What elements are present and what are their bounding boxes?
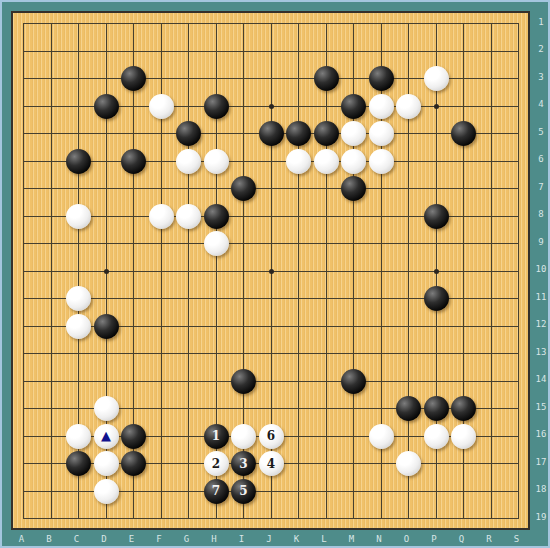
row-label: 4 xyxy=(531,100,550,109)
black-stone[interactable] xyxy=(341,369,366,394)
row-label: 1 xyxy=(531,18,550,27)
row-label: 16 xyxy=(531,430,550,439)
white-stone[interactable] xyxy=(204,149,229,174)
black-stone[interactable] xyxy=(204,94,229,119)
black-stone[interactable] xyxy=(341,176,366,201)
white-stone[interactable] xyxy=(176,204,201,229)
row-label: 8 xyxy=(531,210,550,219)
white-stone[interactable] xyxy=(314,149,339,174)
black-stone[interactable] xyxy=(204,204,229,229)
row-label: 5 xyxy=(531,128,550,137)
white-stone[interactable] xyxy=(369,94,394,119)
white-stone[interactable]: 4 xyxy=(259,451,284,476)
black-stone[interactable] xyxy=(231,176,256,201)
row-label: 18 xyxy=(531,485,550,494)
grid-line xyxy=(491,23,492,519)
row-labels-band: 12345678910111213141516171819 xyxy=(530,2,550,548)
star-point xyxy=(434,104,439,109)
white-stone[interactable] xyxy=(231,424,256,449)
column-label: I xyxy=(234,535,250,544)
move-number-label: 6 xyxy=(267,430,275,442)
black-stone[interactable] xyxy=(451,396,476,421)
move-number-label: 2 xyxy=(212,458,220,470)
goban[interactable]: ▲1623475 xyxy=(11,11,530,530)
move-number-label: 4 xyxy=(267,458,275,470)
white-stone[interactable] xyxy=(286,149,311,174)
black-stone[interactable]: 3 xyxy=(231,451,256,476)
black-stone[interactable] xyxy=(121,424,146,449)
column-label: H xyxy=(206,535,222,544)
black-stone[interactable] xyxy=(121,451,146,476)
row-label: 3 xyxy=(531,73,550,82)
white-stone[interactable] xyxy=(369,149,394,174)
row-label: 13 xyxy=(531,348,550,357)
grid-line xyxy=(298,23,299,519)
black-stone[interactable] xyxy=(396,396,421,421)
column-label: Q xyxy=(454,535,470,544)
row-label: 7 xyxy=(531,183,550,192)
black-stone[interactable] xyxy=(66,149,91,174)
column-label: B xyxy=(41,535,57,544)
white-stone[interactable] xyxy=(396,451,421,476)
white-stone[interactable] xyxy=(424,66,449,91)
white-stone[interactable] xyxy=(149,94,174,119)
white-stone[interactable] xyxy=(66,314,91,339)
move-number-label: 5 xyxy=(239,485,247,497)
black-stone[interactable] xyxy=(314,121,339,146)
star-point xyxy=(269,269,274,274)
black-stone[interactable] xyxy=(94,314,119,339)
column-label: F xyxy=(151,535,167,544)
white-stone[interactable] xyxy=(369,424,394,449)
black-stone[interactable] xyxy=(424,286,449,311)
triangle-marker: ▲ xyxy=(101,429,111,442)
black-stone[interactable] xyxy=(259,121,284,146)
column-label: P xyxy=(426,535,442,544)
white-stone[interactable] xyxy=(149,204,174,229)
column-label: A xyxy=(14,535,30,544)
column-label: O xyxy=(399,535,415,544)
column-label: K xyxy=(289,535,305,544)
column-label: L xyxy=(316,535,332,544)
black-stone[interactable] xyxy=(424,396,449,421)
row-label: 10 xyxy=(531,265,550,274)
column-label: D xyxy=(96,535,112,544)
row-label: 12 xyxy=(531,320,550,329)
column-label: J xyxy=(261,535,277,544)
white-stone[interactable] xyxy=(94,451,119,476)
white-stone[interactable] xyxy=(341,121,366,146)
white-stone[interactable]: 6 xyxy=(259,424,284,449)
column-label: M xyxy=(344,535,360,544)
black-stone[interactable] xyxy=(121,66,146,91)
black-stone[interactable] xyxy=(369,66,394,91)
black-stone[interactable] xyxy=(121,149,146,174)
white-stone[interactable] xyxy=(66,286,91,311)
white-stone[interactable] xyxy=(94,479,119,504)
column-label: S xyxy=(509,535,525,544)
row-label: 17 xyxy=(531,458,550,467)
black-stone[interactable] xyxy=(66,451,91,476)
column-label: G xyxy=(179,535,195,544)
white-stone[interactable] xyxy=(66,424,91,449)
row-label: 14 xyxy=(531,375,550,384)
go-board-window: ▲1623475 ABCDEFGHIJKLMNOPQRS 12345678910… xyxy=(0,0,550,548)
move-number-label: 1 xyxy=(212,430,220,442)
white-stone[interactable] xyxy=(396,94,421,119)
grid-line xyxy=(326,23,327,519)
white-stone[interactable] xyxy=(424,424,449,449)
grid-line xyxy=(23,353,519,354)
white-stone[interactable] xyxy=(176,149,201,174)
white-stone[interactable] xyxy=(369,121,394,146)
column-labels-band: ABCDEFGHIJKLMNOPQRS xyxy=(2,530,550,548)
white-stone[interactable]: 2 xyxy=(204,451,229,476)
black-stone[interactable] xyxy=(451,121,476,146)
grid-line xyxy=(23,518,519,519)
white-stone[interactable] xyxy=(94,396,119,421)
move-number-label: 7 xyxy=(212,485,220,497)
black-stone[interactable] xyxy=(94,94,119,119)
black-stone[interactable] xyxy=(176,121,201,146)
black-stone[interactable] xyxy=(231,369,256,394)
move-number-label: 3 xyxy=(239,458,247,470)
row-label: 19 xyxy=(531,513,550,522)
row-label: 9 xyxy=(531,238,550,247)
black-stone[interactable] xyxy=(424,204,449,229)
row-label: 11 xyxy=(531,293,550,302)
row-label: 15 xyxy=(531,403,550,412)
grid-line xyxy=(518,23,519,519)
star-point xyxy=(434,269,439,274)
star-point xyxy=(269,104,274,109)
black-stone[interactable]: 7 xyxy=(204,479,229,504)
column-label: N xyxy=(371,535,387,544)
row-label: 6 xyxy=(531,155,550,164)
black-stone[interactable] xyxy=(314,66,339,91)
grid-line xyxy=(23,381,519,382)
white-stone[interactable] xyxy=(341,149,366,174)
black-stone[interactable]: 5 xyxy=(231,479,256,504)
column-label: R xyxy=(481,535,497,544)
white-stone[interactable]: ▲ xyxy=(94,424,119,449)
column-label: E xyxy=(124,535,140,544)
white-stone[interactable] xyxy=(66,204,91,229)
white-stone[interactable] xyxy=(451,424,476,449)
row-label: 2 xyxy=(531,45,550,54)
white-stone[interactable] xyxy=(204,231,229,256)
column-label: C xyxy=(69,535,85,544)
black-stone[interactable] xyxy=(341,94,366,119)
black-stone[interactable] xyxy=(286,121,311,146)
star-point xyxy=(104,269,109,274)
black-stone[interactable]: 1 xyxy=(204,424,229,449)
